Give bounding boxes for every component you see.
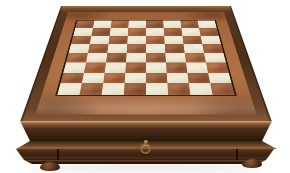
square-r8c7[interactable] bbox=[189, 83, 213, 95]
square-r3c7[interactable] bbox=[182, 36, 202, 44]
square-r4c4[interactable] bbox=[127, 44, 146, 53]
square-r6c1[interactable] bbox=[63, 63, 86, 73]
square-r7c8[interactable] bbox=[208, 73, 232, 84]
square-r4c7[interactable] bbox=[184, 44, 205, 53]
square-r3c1[interactable] bbox=[71, 36, 91, 44]
square-r7c2[interactable] bbox=[82, 73, 105, 84]
square-r8c2[interactable] bbox=[79, 83, 103, 95]
square-r5c1[interactable] bbox=[66, 53, 88, 62]
square-r7c3[interactable] bbox=[103, 73, 125, 84]
square-r2c7[interactable] bbox=[181, 28, 200, 36]
square-r1c4[interactable] bbox=[128, 21, 146, 28]
product-photo bbox=[0, 0, 290, 173]
square-r8c5[interactable] bbox=[146, 83, 168, 95]
bun-foot-right bbox=[242, 159, 262, 168]
square-r3c2[interactable] bbox=[90, 36, 110, 44]
drawer-ring-pull[interactable] bbox=[139, 140, 153, 154]
square-r5c4[interactable] bbox=[126, 53, 146, 62]
drawer-seam-right bbox=[236, 149, 238, 160]
square-r7c6[interactable] bbox=[167, 73, 189, 84]
square-r6c4[interactable] bbox=[125, 63, 146, 73]
square-r4c2[interactable] bbox=[88, 44, 109, 53]
square-r6c3[interactable] bbox=[105, 63, 126, 73]
square-r1c3[interactable] bbox=[111, 21, 129, 28]
square-r1c7[interactable] bbox=[180, 21, 199, 28]
board-grid bbox=[55, 20, 237, 96]
square-r8c1[interactable] bbox=[57, 83, 82, 95]
case-upper-molding bbox=[0, 121, 290, 141]
square-r1c6[interactable] bbox=[163, 21, 181, 28]
ground-shadow bbox=[30, 164, 262, 172]
square-r5c2[interactable] bbox=[86, 53, 107, 62]
square-r2c6[interactable] bbox=[164, 28, 183, 36]
square-r5c8[interactable] bbox=[204, 53, 226, 62]
square-r7c1[interactable] bbox=[60, 73, 84, 84]
square-r3c5[interactable] bbox=[146, 36, 165, 44]
square-r4c3[interactable] bbox=[107, 44, 127, 53]
square-r6c2[interactable] bbox=[84, 63, 106, 73]
square-r4c6[interactable] bbox=[165, 44, 185, 53]
chess-board bbox=[20, 6, 272, 122]
square-r4c8[interactable] bbox=[202, 44, 223, 53]
square-r3c4[interactable] bbox=[127, 36, 146, 44]
square-r7c5[interactable] bbox=[146, 73, 167, 84]
square-r1c5[interactable] bbox=[146, 21, 164, 28]
square-r2c8[interactable] bbox=[199, 28, 219, 36]
square-r8c6[interactable] bbox=[167, 83, 190, 95]
square-r6c6[interactable] bbox=[166, 63, 187, 73]
burl-border bbox=[35, 12, 256, 114]
square-r6c5[interactable] bbox=[146, 63, 167, 73]
square-r2c4[interactable] bbox=[128, 28, 146, 36]
square-r8c3[interactable] bbox=[102, 83, 125, 95]
square-r4c1[interactable] bbox=[69, 44, 90, 53]
square-r2c1[interactable] bbox=[73, 28, 93, 36]
square-r3c3[interactable] bbox=[108, 36, 127, 44]
square-r3c8[interactable] bbox=[201, 36, 221, 44]
ring-pull-icon bbox=[140, 143, 151, 154]
square-r7c4[interactable] bbox=[125, 73, 146, 84]
board-frame bbox=[20, 6, 272, 122]
bun-foot-left bbox=[40, 162, 60, 171]
square-r6c8[interactable] bbox=[206, 63, 229, 73]
square-r3c6[interactable] bbox=[164, 36, 183, 44]
square-r5c5[interactable] bbox=[146, 53, 166, 62]
square-r8c4[interactable] bbox=[124, 83, 146, 95]
square-r5c6[interactable] bbox=[165, 53, 186, 62]
square-r1c1[interactable] bbox=[75, 21, 94, 28]
square-r7c7[interactable] bbox=[187, 73, 210, 84]
square-r1c8[interactable] bbox=[197, 21, 216, 28]
square-r6c7[interactable] bbox=[186, 63, 208, 73]
square-r1c2[interactable] bbox=[93, 21, 112, 28]
square-r5c3[interactable] bbox=[106, 53, 127, 62]
square-r8c8[interactable] bbox=[210, 83, 235, 95]
drawer-seam-left bbox=[57, 149, 59, 160]
square-r2c3[interactable] bbox=[110, 28, 129, 36]
square-r2c2[interactable] bbox=[91, 28, 110, 36]
square-r2c5[interactable] bbox=[146, 28, 164, 36]
square-r5c7[interactable] bbox=[185, 53, 206, 62]
square-r4c5[interactable] bbox=[146, 44, 165, 53]
